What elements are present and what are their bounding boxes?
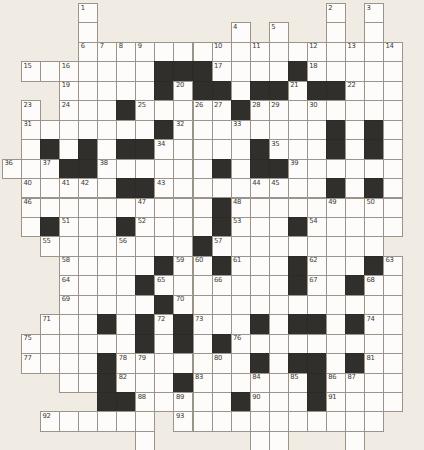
answer-cell-r1c4[interactable] [78,22,98,42]
answer-cell-r22c13[interactable] [250,431,270,450]
answer-cell-r11c18[interactable] [345,217,365,237]
answer-cell-r18c20[interactable] [383,353,403,373]
answer-cell-r13c7[interactable] [135,256,155,276]
answer-cell-r18c8[interactable] [154,353,174,373]
answer-cell-r7c10[interactable] [193,139,213,159]
answer-cell-r19c13[interactable]: 84 [250,373,270,393]
answer-cell-r11c3[interactable]: 51 [59,217,79,237]
answer-cell-r15c17[interactable] [326,295,346,315]
answer-cell-r7c5[interactable] [97,139,117,159]
answer-cell-r17c6[interactable] [116,334,136,354]
answer-cell-r4c4[interactable] [78,81,98,101]
answer-cell-r11c1[interactable] [21,217,41,237]
answer-cell-r8c8[interactable] [154,159,174,179]
answer-cell-r12c16[interactable] [307,236,327,256]
answer-cell-r4c20[interactable] [383,81,403,101]
answer-cell-r7c15[interactable] [288,139,308,159]
answer-cell-r9c14[interactable]: 45 [269,178,289,198]
answer-cell-r9c9[interactable] [173,178,193,198]
answer-cell-r13c4[interactable] [78,256,98,276]
answer-cell-r7c12[interactable] [231,139,251,159]
answer-cell-r2c7[interactable]: 9 [135,42,155,62]
answer-cell-r18c19[interactable]: 81 [364,353,384,373]
answer-cell-r7c1[interactable] [21,139,41,159]
answer-cell-r13c12[interactable]: 61 [231,256,251,276]
answer-cell-r12c15[interactable] [288,236,308,256]
answer-cell-r21c4[interactable] [78,411,98,431]
answer-cell-r18c12[interactable] [231,353,251,373]
answer-cell-r5c18[interactable] [345,100,365,120]
answer-cell-r10c16[interactable] [307,198,327,218]
answer-cell-r14c19[interactable]: 68 [364,275,384,295]
answer-cell-r2c13[interactable]: 11 [250,42,270,62]
answer-cell-r19c6[interactable]: 82 [116,373,136,393]
answer-cell-r5c15[interactable] [288,100,308,120]
answer-cell-r1c17[interactable] [326,22,346,42]
answer-cell-r10c5[interactable] [97,198,117,218]
answer-cell-r13c16[interactable]: 62 [307,256,327,276]
answer-cell-r21c15[interactable] [288,411,308,431]
answer-cell-r5c16[interactable]: 30 [307,100,327,120]
answer-cell-r11c12[interactable]: 53 [231,217,251,237]
answer-cell-r3c18[interactable] [345,61,365,81]
answer-cell-r15c4[interactable] [78,295,98,315]
answer-cell-r6c18[interactable] [345,120,365,140]
answer-cell-r6c1[interactable]: 31 [21,120,41,140]
answer-cell-r8c2[interactable]: 37 [40,159,60,179]
answer-cell-r14c3[interactable]: 64 [59,275,79,295]
answer-cell-r18c1[interactable]: 77 [21,353,41,373]
answer-cell-r5c3[interactable]: 24 [59,100,79,120]
answer-cell-r8c0[interactable]: 36 [2,159,22,179]
answer-cell-r16c8[interactable]: 72 [154,314,174,334]
answer-cell-r19c19[interactable] [364,373,384,393]
answer-cell-r21c18[interactable] [345,411,365,431]
answer-cell-r17c10[interactable] [193,334,213,354]
answer-cell-r2c6[interactable]: 8 [116,42,136,62]
answer-cell-r15c12[interactable] [231,295,251,315]
answer-cell-r2c16[interactable]: 12 [307,42,327,62]
answer-cell-r13c5[interactable] [97,256,117,276]
answer-cell-r6c12[interactable]: 33 [231,120,251,140]
answer-cell-r5c19[interactable] [364,100,384,120]
answer-cell-r15c15[interactable] [288,295,308,315]
answer-cell-r12c3[interactable] [59,236,79,256]
answer-cell-r10c8[interactable] [154,198,174,218]
answer-cell-r16c10[interactable]: 73 [193,314,213,334]
answer-cell-r10c9[interactable] [173,198,193,218]
answer-cell-r21c5[interactable] [97,411,117,431]
answer-cell-r15c7[interactable] [135,295,155,315]
answer-cell-r22c7[interactable] [135,431,155,450]
answer-cell-r9c11[interactable] [212,178,232,198]
answer-cell-r11c9[interactable] [173,217,193,237]
answer-cell-r13c18[interactable] [345,256,365,276]
answer-cell-r10c10[interactable] [193,198,213,218]
answer-cell-r18c14[interactable] [269,353,289,373]
answer-cell-r17c12[interactable]: 76 [231,334,251,354]
answer-cell-r17c19[interactable] [364,334,384,354]
answer-cell-r11c8[interactable] [154,217,174,237]
answer-cell-r21c13[interactable] [250,411,270,431]
answer-cell-r9c10[interactable] [193,178,213,198]
answer-cell-r9c8[interactable]: 43 [154,178,174,198]
answer-cell-r20c20[interactable] [383,392,403,412]
answer-cell-r14c4[interactable] [78,275,98,295]
answer-cell-r8c5[interactable]: 38 [97,159,117,179]
answer-cell-r9c18[interactable] [345,178,365,198]
answer-cell-r9c13[interactable]: 44 [250,178,270,198]
answer-cell-r16c6[interactable] [116,314,136,334]
answer-cell-r7c18[interactable] [345,139,365,159]
answer-cell-r17c15[interactable] [288,334,308,354]
answer-cell-r7c9[interactable] [173,139,193,159]
answer-cell-r16c12[interactable] [231,314,251,334]
answer-cell-r10c7[interactable]: 47 [135,198,155,218]
answer-cell-r4c12[interactable] [231,81,251,101]
answer-cell-r10c18[interactable] [345,198,365,218]
answer-cell-r5c8[interactable] [154,100,174,120]
answer-cell-r20c9[interactable]: 89 [173,392,193,412]
answer-cell-r21c2[interactable]: 92 [40,411,60,431]
answer-cell-r4c6[interactable] [116,81,136,101]
answer-cell-r6c6[interactable] [116,120,136,140]
answer-cell-r17c18[interactable] [345,334,365,354]
answer-cell-r10c13[interactable] [250,198,270,218]
answer-cell-r12c8[interactable] [154,236,174,256]
answer-cell-r6c20[interactable] [383,120,403,140]
answer-cell-r8c1[interactable] [21,159,41,179]
answer-cell-r6c4[interactable] [78,120,98,140]
answer-cell-r16c20[interactable] [383,314,403,334]
answer-cell-r8c18[interactable] [345,159,365,179]
answer-cell-r12c14[interactable] [269,236,289,256]
answer-cell-r21c14[interactable] [269,411,289,431]
answer-cell-r14c10[interactable] [193,275,213,295]
answer-cell-r16c14[interactable] [269,314,289,334]
answer-cell-r15c9[interactable]: 70 [173,295,193,315]
answer-cell-r2c15[interactable] [288,42,308,62]
answer-cell-r2c18[interactable]: 13 [345,42,365,62]
answer-cell-r9c15[interactable] [288,178,308,198]
answer-cell-r16c17[interactable] [326,314,346,334]
answer-cell-r9c16[interactable] [307,178,327,198]
answer-cell-r5c7[interactable]: 25 [135,100,155,120]
answer-cell-r6c3[interactable] [59,120,79,140]
answer-cell-r3c14[interactable] [269,61,289,81]
answer-cell-r6c5[interactable] [97,120,117,140]
answer-cell-r2c17[interactable] [326,42,346,62]
answer-cell-r15c14[interactable] [269,295,289,315]
answer-cell-r3c4[interactable] [78,61,98,81]
answer-cell-r11c10[interactable] [193,217,213,237]
answer-cell-r10c4[interactable] [78,198,98,218]
answer-cell-r3c20[interactable] [383,61,403,81]
answer-cell-r10c1[interactable]: 46 [21,198,41,218]
answer-cell-r3c3[interactable]: 16 [59,61,79,81]
answer-cell-r14c14[interactable] [269,275,289,295]
answer-cell-r13c10[interactable]: 60 [193,256,213,276]
answer-cell-r8c15[interactable]: 39 [288,159,308,179]
answer-cell-r14c6[interactable] [116,275,136,295]
answer-cell-r8c17[interactable] [326,159,346,179]
answer-cell-r8c12[interactable] [231,159,251,179]
answer-cell-r12c18[interactable] [345,236,365,256]
answer-cell-r6c2[interactable] [40,120,60,140]
answer-cell-r11c19[interactable] [364,217,384,237]
answer-cell-r12c12[interactable] [231,236,251,256]
answer-cell-r17c5[interactable] [97,334,117,354]
answer-cell-r19c20[interactable] [383,373,403,393]
answer-cell-r8c10[interactable] [193,159,213,179]
answer-cell-r2c20[interactable]: 14 [383,42,403,62]
answer-cell-r21c6[interactable] [116,411,136,431]
answer-cell-r21c11[interactable] [212,411,232,431]
answer-cell-r19c14[interactable] [269,373,289,393]
answer-cell-r20c11[interactable] [212,392,232,412]
answer-cell-r2c9[interactable] [173,42,193,62]
answer-cell-r20c8[interactable] [154,392,174,412]
answer-cell-r2c5[interactable]: 7 [97,42,117,62]
answer-cell-r4c9[interactable]: 20 [173,81,193,101]
answer-cell-r1c19[interactable] [364,22,384,42]
answer-cell-r2c4[interactable]: 6 [78,42,98,62]
answer-cell-r11c17[interactable] [326,217,346,237]
answer-cell-r6c14[interactable] [269,120,289,140]
answer-cell-r20c14[interactable] [269,392,289,412]
answer-cell-r3c16[interactable]: 18 [307,61,327,81]
answer-cell-r5c20[interactable] [383,100,403,120]
answer-cell-r3c11[interactable]: 17 [212,61,232,81]
answer-cell-r10c6[interactable] [116,198,136,218]
answer-cell-r5c4[interactable] [78,100,98,120]
answer-cell-r7c3[interactable] [59,139,79,159]
answer-cell-r18c2[interactable] [40,353,60,373]
answer-cell-r2c12[interactable] [231,42,251,62]
answer-cell-r10c15[interactable] [288,198,308,218]
answer-cell-r3c1[interactable]: 15 [21,61,41,81]
answer-cell-r15c18[interactable] [345,295,365,315]
answer-cell-r14c9[interactable] [173,275,193,295]
answer-cell-r14c20[interactable] [383,275,403,295]
answer-cell-r21c7[interactable] [135,411,155,431]
answer-cell-r15c11[interactable] [212,295,232,315]
answer-cell-r17c14[interactable] [269,334,289,354]
answer-cell-r7c14[interactable]: 35 [269,139,289,159]
answer-cell-r1c12[interactable]: 4 [231,22,251,42]
answer-cell-r14c17[interactable] [326,275,346,295]
answer-cell-r18c4[interactable] [78,353,98,373]
answer-cell-r17c16[interactable] [307,334,327,354]
answer-cell-r14c12[interactable] [231,275,251,295]
answer-cell-r17c2[interactable] [40,334,60,354]
answer-cell-r1c14[interactable]: 5 [269,22,289,42]
answer-cell-r20c17[interactable]: 91 [326,392,346,412]
answer-cell-r20c19[interactable] [364,392,384,412]
answer-cell-r12c6[interactable]: 56 [116,236,136,256]
answer-cell-r10c12[interactable]: 48 [231,198,251,218]
answer-cell-r8c6[interactable] [116,159,136,179]
answer-cell-r8c19[interactable] [364,159,384,179]
answer-cell-r13c14[interactable] [269,256,289,276]
answer-cell-r4c5[interactable] [97,81,117,101]
answer-cell-r11c13[interactable] [250,217,270,237]
answer-cell-r8c16[interactable] [307,159,327,179]
answer-cell-r16c11[interactable] [212,314,232,334]
answer-cell-r22c18[interactable] [345,431,365,450]
answer-cell-r12c11[interactable]: 57 [212,236,232,256]
answer-cell-r18c11[interactable]: 80 [212,353,232,373]
answer-cell-r9c2[interactable] [40,178,60,198]
answer-cell-r8c20[interactable] [383,159,403,179]
answer-cell-r7c16[interactable] [307,139,327,159]
answer-cell-r16c4[interactable] [78,314,98,334]
answer-cell-r21c19[interactable] [364,411,384,431]
answer-cell-r18c9[interactable] [173,353,193,373]
answer-cell-r5c1[interactable]: 23 [21,100,41,120]
answer-cell-r18c6[interactable]: 78 [116,353,136,373]
answer-cell-r4c18[interactable]: 22 [345,81,365,101]
answer-cell-r10c17[interactable]: 49 [326,198,346,218]
answer-cell-r6c7[interactable] [135,120,155,140]
answer-cell-r18c17[interactable] [326,353,346,373]
answer-cell-r22c14[interactable] [269,431,289,450]
answer-cell-r18c10[interactable] [193,353,213,373]
answer-cell-r15c5[interactable] [97,295,117,315]
answer-cell-r10c14[interactable] [269,198,289,218]
answer-cell-r15c19[interactable] [364,295,384,315]
answer-cell-r6c9[interactable]: 32 [173,120,193,140]
answer-cell-r4c7[interactable] [135,81,155,101]
answer-cell-r9c1[interactable]: 40 [21,178,41,198]
answer-cell-r2c8[interactable] [154,42,174,62]
answer-cell-r12c9[interactable] [173,236,193,256]
answer-cell-r12c2[interactable]: 55 [40,236,60,256]
answer-cell-r5c13[interactable]: 28 [250,100,270,120]
answer-cell-r17c1[interactable]: 75 [21,334,41,354]
answer-cell-r17c8[interactable] [154,334,174,354]
answer-cell-r13c20[interactable]: 63 [383,256,403,276]
answer-cell-r10c3[interactable] [59,198,79,218]
answer-cell-r19c12[interactable] [231,373,251,393]
answer-cell-r21c10[interactable] [193,411,213,431]
answer-cell-r21c9[interactable]: 93 [173,411,193,431]
answer-cell-r0c4[interactable]: 1 [78,3,98,23]
answer-cell-r3c5[interactable] [97,61,117,81]
answer-cell-r5c11[interactable]: 27 [212,100,232,120]
answer-cell-r18c3[interactable] [59,353,79,373]
answer-cell-r19c7[interactable] [135,373,155,393]
answer-cell-r12c5[interactable] [97,236,117,256]
answer-cell-r9c3[interactable]: 41 [59,178,79,198]
answer-cell-r3c19[interactable] [364,61,384,81]
answer-cell-r17c20[interactable] [383,334,403,354]
answer-cell-r5c5[interactable] [97,100,117,120]
answer-cell-r12c4[interactable] [78,236,98,256]
answer-cell-r15c10[interactable] [193,295,213,315]
answer-cell-r0c19[interactable]: 3 [364,3,384,23]
answer-cell-r3c13[interactable] [250,61,270,81]
answer-cell-r7c20[interactable] [383,139,403,159]
answer-cell-r20c18[interactable] [345,392,365,412]
answer-cell-r16c19[interactable]: 74 [364,314,384,334]
answer-cell-r0c17[interactable]: 2 [326,3,346,23]
answer-cell-r4c15[interactable]: 21 [288,81,308,101]
answer-cell-r4c3[interactable]: 19 [59,81,79,101]
answer-cell-r12c19[interactable] [364,236,384,256]
answer-cell-r21c17[interactable] [326,411,346,431]
answer-cell-r10c2[interactable] [40,198,60,218]
answer-cell-r19c17[interactable]: 86 [326,373,346,393]
answer-cell-r7c8[interactable]: 34 [154,139,174,159]
answer-cell-r15c20[interactable] [383,295,403,315]
answer-cell-r4c19[interactable] [364,81,384,101]
answer-cell-r2c19[interactable] [364,42,384,62]
answer-cell-r13c13[interactable] [250,256,270,276]
answer-cell-r2c10[interactable] [193,42,213,62]
answer-cell-r15c16[interactable] [307,295,327,315]
answer-cell-r11c14[interactable] [269,217,289,237]
answer-cell-r19c11[interactable] [212,373,232,393]
answer-cell-r19c15[interactable]: 85 [288,373,308,393]
answer-cell-r18c7[interactable]: 79 [135,353,155,373]
answer-cell-r20c13[interactable]: 90 [250,392,270,412]
answer-cell-r13c17[interactable] [326,256,346,276]
answer-cell-r11c20[interactable] [383,217,403,237]
answer-cell-r6c10[interactable] [193,120,213,140]
answer-cell-r17c4[interactable] [78,334,98,354]
answer-cell-r14c16[interactable]: 67 [307,275,327,295]
answer-cell-r6c11[interactable] [212,120,232,140]
answer-cell-r14c8[interactable]: 65 [154,275,174,295]
answer-cell-r11c5[interactable] [97,217,117,237]
answer-cell-r3c6[interactable] [116,61,136,81]
answer-cell-r14c11[interactable]: 66 [212,275,232,295]
answer-cell-r12c7[interactable] [135,236,155,256]
answer-cell-r13c9[interactable]: 59 [173,256,193,276]
answer-cell-r3c2[interactable] [40,61,60,81]
answer-cell-r21c12[interactable] [231,411,251,431]
answer-cell-r20c10[interactable] [193,392,213,412]
answer-cell-r17c13[interactable] [250,334,270,354]
answer-cell-r6c16[interactable] [307,120,327,140]
answer-cell-r2c14[interactable] [269,42,289,62]
answer-cell-r19c8[interactable] [154,373,174,393]
answer-cell-r19c10[interactable]: 83 [193,373,213,393]
answer-cell-r9c4[interactable]: 42 [78,178,98,198]
answer-cell-r9c20[interactable] [383,178,403,198]
answer-cell-r5c9[interactable] [173,100,193,120]
answer-cell-r19c3[interactable] [59,373,79,393]
answer-cell-r21c3[interactable] [59,411,79,431]
answer-cell-r3c12[interactable] [231,61,251,81]
answer-cell-r15c6[interactable] [116,295,136,315]
answer-cell-r21c16[interactable] [307,411,327,431]
answer-cell-r2c11[interactable]: 10 [212,42,232,62]
answer-cell-r15c3[interactable]: 69 [59,295,79,315]
answer-cell-r17c3[interactable] [59,334,79,354]
answer-cell-r6c13[interactable] [250,120,270,140]
answer-cell-r16c2[interactable]: 71 [40,314,60,334]
answer-cell-r19c4[interactable] [78,373,98,393]
answer-cell-r9c12[interactable] [231,178,251,198]
answer-cell-r5c17[interactable] [326,100,346,120]
answer-cell-r6c15[interactable] [288,120,308,140]
answer-cell-r9c5[interactable] [97,178,117,198]
answer-cell-r13c3[interactable]: 58 [59,256,79,276]
answer-cell-r3c7[interactable] [135,61,155,81]
answer-cell-r14c13[interactable] [250,275,270,295]
